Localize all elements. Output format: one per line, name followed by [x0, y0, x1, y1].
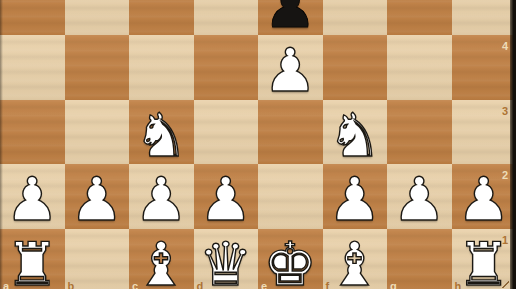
chess-board: 876♟5♟4♞♞3♟♟♟♟♟♟♟2♜ab♝c♛d♚e♝fg♜1h: [0, 0, 516, 289]
square-b4[interactable]: [65, 35, 130, 100]
square-h1[interactable]: ♜1h: [452, 229, 516, 289]
piece-white-pawn[interactable]: ♟: [194, 167, 259, 232]
square-e5[interactable]: ♟: [258, 0, 323, 35]
square-c2[interactable]: ♟: [129, 164, 194, 229]
piece-white-rook[interactable]: ♜: [0, 232, 65, 289]
piece-white-pawn[interactable]: ♟: [258, 38, 323, 103]
rank-label-3: 3: [502, 105, 508, 117]
piece-white-pawn[interactable]: ♟: [0, 167, 65, 232]
square-e1[interactable]: ♚e: [258, 229, 323, 289]
square-a3[interactable]: [0, 100, 65, 165]
piece-black-pawn[interactable]: ♟: [258, 0, 323, 38]
square-c1[interactable]: ♝c: [129, 229, 194, 289]
rank-label-2: 2: [502, 169, 508, 181]
square-e2[interactable]: [258, 164, 323, 229]
piece-white-knight[interactable]: ♞: [323, 103, 388, 168]
square-h5[interactable]: 5: [452, 0, 516, 35]
file-label-b: b: [68, 280, 75, 289]
square-c4[interactable]: [129, 35, 194, 100]
square-b1[interactable]: b: [65, 229, 130, 289]
rank-label-1: 1: [502, 234, 508, 246]
square-a4[interactable]: [0, 35, 65, 100]
piece-white-king[interactable]: ♚: [258, 232, 323, 289]
file-label-c: c: [132, 280, 138, 289]
square-d5[interactable]: [194, 0, 259, 35]
square-g1[interactable]: g: [387, 229, 452, 289]
square-f1[interactable]: ♝f: [323, 229, 388, 289]
square-b2[interactable]: ♟: [65, 164, 130, 229]
square-g4[interactable]: [387, 35, 452, 100]
piece-white-bishop[interactable]: ♝: [129, 232, 194, 289]
square-c5[interactable]: [129, 0, 194, 35]
piece-white-pawn[interactable]: ♟: [129, 167, 194, 232]
piece-white-knight[interactable]: ♞: [129, 103, 194, 168]
piece-white-bishop[interactable]: ♝: [323, 232, 388, 289]
square-f4[interactable]: [323, 35, 388, 100]
piece-white-pawn[interactable]: ♟: [65, 167, 130, 232]
square-d1[interactable]: ♛d: [194, 229, 259, 289]
square-g3[interactable]: [387, 100, 452, 165]
square-a5[interactable]: [0, 0, 65, 35]
square-e3[interactable]: [258, 100, 323, 165]
square-d2[interactable]: ♟: [194, 164, 259, 229]
square-f5[interactable]: [323, 0, 388, 35]
file-label-h: h: [455, 280, 462, 289]
square-c3[interactable]: ♞: [129, 100, 194, 165]
square-a2[interactable]: ♟: [0, 164, 65, 229]
square-a1[interactable]: ♜a: [0, 229, 65, 289]
square-g2[interactable]: ♟: [387, 164, 452, 229]
file-label-g: g: [390, 280, 397, 289]
square-f2[interactable]: ♟: [323, 164, 388, 229]
video-frame: 876♟5♟4♞♞3♟♟♟♟♟♟♟2♜ab♝c♛d♚e♝fg♜1h: [0, 0, 516, 289]
square-d4[interactable]: [194, 35, 259, 100]
right-edge-band: [510, 0, 516, 289]
file-label-e: e: [261, 280, 267, 289]
square-d3[interactable]: [194, 100, 259, 165]
square-g5[interactable]: [387, 0, 452, 35]
file-label-f: f: [326, 280, 330, 289]
square-b3[interactable]: [65, 100, 130, 165]
square-h4[interactable]: 4: [452, 35, 516, 100]
file-label-a: a: [3, 280, 9, 289]
left-edge-vignette: [0, 0, 3, 289]
file-label-d: d: [197, 280, 204, 289]
square-e4[interactable]: ♟: [258, 35, 323, 100]
square-h2[interactable]: ♟2: [452, 164, 516, 229]
square-b5[interactable]: [65, 0, 130, 35]
piece-white-pawn[interactable]: ♟: [323, 167, 388, 232]
square-f3[interactable]: ♞: [323, 100, 388, 165]
rank-label-4: 4: [502, 40, 508, 52]
square-h3[interactable]: 3: [452, 100, 516, 165]
piece-white-pawn[interactable]: ♟: [387, 167, 452, 232]
